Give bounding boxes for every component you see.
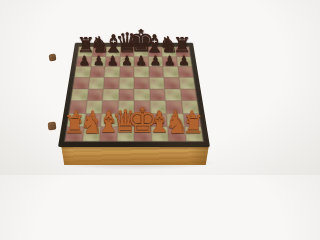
square-h6 <box>177 67 193 78</box>
left-upper-clasp-icon <box>49 54 57 62</box>
square-b3 <box>85 101 102 114</box>
square-f6 <box>148 67 163 78</box>
square-a6 <box>75 67 91 78</box>
square-g5 <box>164 77 180 88</box>
square-c8 <box>106 47 120 57</box>
square-e5 <box>134 77 149 88</box>
left-lower-clasp-icon <box>48 122 57 131</box>
square-e2 <box>134 113 151 127</box>
square-b7 <box>91 56 106 66</box>
board-grid <box>65 47 203 142</box>
square-e8 <box>134 47 148 57</box>
square-e4 <box>134 89 150 101</box>
square-b1 <box>82 127 100 141</box>
square-f5 <box>149 77 165 88</box>
square-f8 <box>148 47 162 57</box>
square-c3 <box>102 101 119 114</box>
square-c5 <box>103 77 119 88</box>
square-f3 <box>150 101 167 114</box>
square-g3 <box>166 101 183 114</box>
square-a1 <box>65 127 84 141</box>
square-h2 <box>183 113 201 127</box>
square-c6 <box>104 67 119 78</box>
square-b4 <box>87 89 104 101</box>
square-b5 <box>88 77 104 88</box>
square-d7 <box>120 56 134 66</box>
square-a7 <box>76 56 92 66</box>
square-c4 <box>102 89 118 101</box>
square-g7 <box>162 56 177 66</box>
square-d2 <box>117 113 134 127</box>
square-d6 <box>119 67 134 78</box>
wooden-base <box>59 146 211 165</box>
square-a8 <box>78 47 93 57</box>
square-c2 <box>101 113 118 127</box>
square-h8 <box>175 47 190 57</box>
square-g6 <box>163 67 179 78</box>
square-h4 <box>180 89 197 101</box>
square-b6 <box>89 67 105 78</box>
square-e6 <box>134 67 149 78</box>
square-g4 <box>165 89 182 101</box>
square-d3 <box>118 101 134 114</box>
square-h1 <box>184 127 203 141</box>
square-a4 <box>71 89 88 101</box>
square-d1 <box>117 127 134 141</box>
square-g8 <box>161 47 176 57</box>
square-b8 <box>92 47 107 57</box>
square-d5 <box>119 77 134 88</box>
square-e3 <box>134 101 150 114</box>
square-g1 <box>167 127 185 141</box>
square-c1 <box>99 127 117 141</box>
square-g2 <box>166 113 184 127</box>
board-slab <box>58 43 210 147</box>
square-h5 <box>179 77 196 88</box>
square-d4 <box>118 89 134 101</box>
square-f4 <box>149 89 165 101</box>
square-h7 <box>176 56 192 66</box>
square-e7 <box>134 56 148 66</box>
square-c7 <box>105 56 120 66</box>
square-f7 <box>148 56 163 66</box>
photo-background: { "game": "chess", "scene": "overhead-an… <box>0 0 262 175</box>
square-f2 <box>150 113 167 127</box>
square-e1 <box>134 127 151 141</box>
square-a2 <box>67 113 85 127</box>
square-a3 <box>69 101 87 114</box>
square-a5 <box>73 77 90 88</box>
square-b2 <box>84 113 102 127</box>
square-h3 <box>181 101 199 114</box>
square-f1 <box>151 127 169 141</box>
square-d8 <box>120 47 134 57</box>
